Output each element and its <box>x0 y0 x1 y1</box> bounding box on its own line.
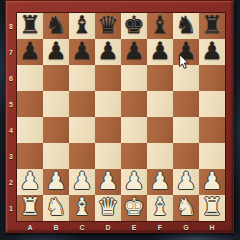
square-h2[interactable]: ♟ <box>199 169 225 195</box>
square-g1[interactable]: ♞ <box>173 195 199 221</box>
square-f6[interactable] <box>147 65 173 91</box>
chess-app-window: 87654321 ♜♞♝♛♚♝♞♜♟♟♟♟♟♟♟♟♟♟♟♟♟♟♟♟♜♞♝♛♚♝♞… <box>0 0 240 240</box>
square-e4[interactable] <box>121 117 147 143</box>
file-label-b: B <box>43 221 69 233</box>
piece-white-pawn[interactable]: ♟ <box>123 169 145 193</box>
square-f5[interactable] <box>147 91 173 117</box>
piece-white-bishop[interactable]: ♝ <box>149 195 171 219</box>
square-b4[interactable] <box>43 117 69 143</box>
rank-label-3: 3 <box>6 143 16 169</box>
square-a2[interactable]: ♟ <box>17 169 43 195</box>
piece-black-king[interactable]: ♚ <box>123 13 145 37</box>
piece-black-pawn[interactable]: ♟ <box>45 39 67 63</box>
rank-label-1: 1 <box>6 195 16 221</box>
file-label-a: A <box>17 221 43 233</box>
file-label-g: G <box>173 221 199 233</box>
piece-black-pawn[interactable]: ♟ <box>97 39 119 63</box>
square-h4[interactable] <box>199 117 225 143</box>
square-c6[interactable] <box>69 65 95 91</box>
rank-labels: 87654321 <box>6 13 16 221</box>
board-grid[interactable]: ♜♞♝♛♚♝♞♜♟♟♟♟♟♟♟♟♟♟♟♟♟♟♟♟♜♞♝♛♚♝♞♜ <box>17 13 225 221</box>
square-c2[interactable]: ♟ <box>69 169 95 195</box>
square-c3[interactable] <box>69 143 95 169</box>
piece-black-pawn[interactable]: ♟ <box>19 39 41 63</box>
piece-black-pawn[interactable]: ♟ <box>201 39 223 63</box>
square-f4[interactable] <box>147 117 173 143</box>
square-d1[interactable]: ♛ <box>95 195 121 221</box>
square-h5[interactable] <box>199 91 225 117</box>
square-h7[interactable]: ♟ <box>199 39 225 65</box>
rank-label-5: 5 <box>6 91 16 117</box>
file-label-f: F <box>147 221 173 233</box>
square-b3[interactable] <box>43 143 69 169</box>
square-d4[interactable] <box>95 117 121 143</box>
square-e2[interactable]: ♟ <box>121 169 147 195</box>
piece-white-knight[interactable]: ♞ <box>45 195 67 219</box>
square-h6[interactable] <box>199 65 225 91</box>
square-g2[interactable]: ♟ <box>173 169 199 195</box>
piece-white-queen[interactable]: ♛ <box>97 195 119 219</box>
square-b1[interactable]: ♞ <box>43 195 69 221</box>
piece-white-pawn[interactable]: ♟ <box>45 169 67 193</box>
square-b5[interactable] <box>43 91 69 117</box>
square-b2[interactable]: ♟ <box>43 169 69 195</box>
square-e1[interactable]: ♚ <box>121 195 147 221</box>
file-label-e: E <box>121 221 147 233</box>
piece-white-knight[interactable]: ♞ <box>175 195 197 219</box>
square-h8[interactable]: ♜ <box>199 13 225 39</box>
square-c1[interactable]: ♝ <box>69 195 95 221</box>
piece-white-king[interactable]: ♚ <box>123 195 145 219</box>
piece-white-pawn[interactable]: ♟ <box>19 169 41 193</box>
square-c5[interactable] <box>69 91 95 117</box>
square-g3[interactable] <box>173 143 199 169</box>
piece-white-pawn[interactable]: ♟ <box>201 169 223 193</box>
square-f8[interactable]: ♝ <box>147 13 173 39</box>
square-c4[interactable] <box>69 117 95 143</box>
square-g4[interactable] <box>173 117 199 143</box>
square-g6[interactable] <box>173 65 199 91</box>
square-a4[interactable] <box>17 117 43 143</box>
piece-black-rook[interactable]: ♜ <box>19 13 41 37</box>
piece-black-rook[interactable]: ♜ <box>201 13 223 37</box>
piece-black-pawn[interactable]: ♟ <box>123 39 145 63</box>
square-h3[interactable] <box>199 143 225 169</box>
square-g8[interactable]: ♞ <box>173 13 199 39</box>
square-a6[interactable] <box>17 65 43 91</box>
square-e3[interactable] <box>121 143 147 169</box>
rank-label-4: 4 <box>6 117 16 143</box>
square-d8[interactable]: ♛ <box>95 13 121 39</box>
square-e8[interactable]: ♚ <box>121 13 147 39</box>
piece-white-bishop[interactable]: ♝ <box>71 195 93 219</box>
piece-black-knight[interactable]: ♞ <box>45 13 67 37</box>
square-a5[interactable] <box>17 91 43 117</box>
file-label-h: H <box>199 221 225 233</box>
square-g5[interactable] <box>173 91 199 117</box>
piece-white-rook[interactable]: ♜ <box>201 195 223 219</box>
square-f7[interactable]: ♟ <box>147 39 173 65</box>
square-a7[interactable]: ♟ <box>17 39 43 65</box>
square-b8[interactable]: ♞ <box>43 13 69 39</box>
square-d3[interactable] <box>95 143 121 169</box>
square-g7[interactable]: ♟ <box>173 39 199 65</box>
piece-black-pawn[interactable]: ♟ <box>175 39 197 63</box>
square-a8[interactable]: ♜ <box>17 13 43 39</box>
file-labels: ABCDEFGH <box>17 221 225 233</box>
piece-black-knight[interactable]: ♞ <box>175 13 197 37</box>
square-e6[interactable] <box>121 65 147 91</box>
piece-black-queen[interactable]: ♛ <box>97 13 119 37</box>
square-a1[interactable]: ♜ <box>17 195 43 221</box>
square-a3[interactable] <box>17 143 43 169</box>
piece-black-bishop[interactable]: ♝ <box>149 13 171 37</box>
square-e7[interactable]: ♟ <box>121 39 147 65</box>
rank-label-6: 6 <box>6 65 16 91</box>
square-f1[interactable]: ♝ <box>147 195 173 221</box>
file-label-c: C <box>69 221 95 233</box>
square-d5[interactable] <box>95 91 121 117</box>
square-d7[interactable]: ♟ <box>95 39 121 65</box>
square-d2[interactable]: ♟ <box>95 169 121 195</box>
square-h1[interactable]: ♜ <box>199 195 225 221</box>
square-f2[interactable]: ♟ <box>147 169 173 195</box>
piece-black-bishop[interactable]: ♝ <box>71 13 93 37</box>
square-d6[interactable] <box>95 65 121 91</box>
piece-white-pawn[interactable]: ♟ <box>175 169 197 193</box>
square-e5[interactable] <box>121 91 147 117</box>
piece-black-pawn[interactable]: ♟ <box>71 39 93 63</box>
rank-label-8: 8 <box>6 13 16 39</box>
piece-white-pawn[interactable]: ♟ <box>71 169 93 193</box>
piece-black-pawn[interactable]: ♟ <box>149 39 171 63</box>
rank-label-7: 7 <box>6 39 16 65</box>
square-b6[interactable] <box>43 65 69 91</box>
piece-white-pawn[interactable]: ♟ <box>97 169 119 193</box>
square-c8[interactable]: ♝ <box>69 13 95 39</box>
square-f3[interactable] <box>147 143 173 169</box>
square-b7[interactable]: ♟ <box>43 39 69 65</box>
piece-white-pawn[interactable]: ♟ <box>149 169 171 193</box>
square-c7[interactable]: ♟ <box>69 39 95 65</box>
piece-white-rook[interactable]: ♜ <box>19 195 41 219</box>
file-label-d: D <box>95 221 121 233</box>
rank-label-2: 2 <box>6 169 16 195</box>
